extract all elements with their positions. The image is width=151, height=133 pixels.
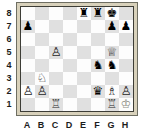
piece-black-pawn: ♟ — [119, 20, 133, 33]
square-a2[interactable]: ♙ — [21, 85, 35, 98]
square-b5[interactable] — [35, 46, 49, 59]
square-g2[interactable]: ♗ — [105, 85, 119, 98]
rank-label: 4 — [2, 59, 16, 72]
file-label: C — [48, 118, 62, 133]
square-g3[interactable] — [105, 72, 119, 85]
piece-white-rook: ♖ — [49, 98, 63, 111]
square-a5[interactable] — [21, 46, 35, 59]
square-a8[interactable] — [21, 7, 35, 20]
square-d2[interactable] — [63, 85, 77, 98]
piece-white-pawn: ♙ — [21, 85, 35, 98]
square-b4[interactable] — [35, 59, 49, 72]
square-c1[interactable]: ♖ — [49, 98, 63, 111]
square-f6[interactable] — [91, 33, 105, 46]
file-label: A — [20, 118, 34, 133]
square-g5[interactable]: ♕ — [105, 46, 119, 59]
square-b6[interactable] — [35, 33, 49, 46]
chess-diagram: 87654321 ♜♜♚♟♟♟♙♕♞♞♘♙♙♛♗♙♖♖♔ ABCDEFGH — [0, 0, 149, 133]
piece-white-pawn: ♙ — [49, 46, 63, 59]
square-c8[interactable] — [49, 7, 63, 20]
square-a1[interactable] — [21, 98, 35, 111]
piece-black-knight: ♞ — [105, 59, 119, 72]
square-c6[interactable] — [49, 33, 63, 46]
rank-label: 3 — [2, 72, 16, 85]
square-e1[interactable] — [77, 98, 91, 111]
square-h5[interactable] — [119, 46, 133, 59]
square-d1[interactable] — [63, 98, 77, 111]
piece-black-rook: ♜ — [77, 7, 91, 20]
piece-black-king: ♚ — [105, 7, 119, 20]
square-f2[interactable]: ♛ — [91, 85, 105, 98]
piece-white-pawn: ♙ — [119, 85, 133, 98]
square-h2[interactable]: ♙ — [119, 85, 133, 98]
square-e8[interactable]: ♜ — [77, 7, 91, 20]
piece-white-queen: ♕ — [105, 46, 119, 59]
square-f1[interactable] — [91, 98, 105, 111]
rank-label: 7 — [2, 20, 16, 33]
square-e2[interactable] — [77, 85, 91, 98]
piece-white-knight: ♘ — [35, 72, 49, 85]
piece-black-pawn: ♟ — [21, 20, 35, 33]
piece-black-rook: ♜ — [91, 7, 105, 20]
square-e3[interactable] — [77, 72, 91, 85]
square-f5[interactable] — [91, 46, 105, 59]
square-d8[interactable] — [63, 7, 77, 20]
piece-white-king: ♔ — [119, 98, 133, 111]
square-c5[interactable]: ♙ — [49, 46, 63, 59]
rank-labels: 87654321 — [2, 2, 16, 116]
square-b7[interactable] — [35, 20, 49, 33]
square-f7[interactable] — [91, 20, 105, 33]
square-a7[interactable]: ♟ — [21, 20, 35, 33]
piece-black-knight: ♞ — [91, 59, 105, 72]
square-h3[interactable] — [119, 72, 133, 85]
square-f4[interactable]: ♞ — [91, 59, 105, 72]
file-label: F — [90, 118, 104, 133]
rank-label: 2 — [2, 85, 16, 98]
file-label: D — [62, 118, 76, 133]
square-h4[interactable] — [119, 59, 133, 72]
piece-white-rook: ♖ — [105, 98, 119, 111]
square-h6[interactable] — [119, 33, 133, 46]
square-b3[interactable]: ♘ — [35, 72, 49, 85]
square-a4[interactable] — [21, 59, 35, 72]
piece-black-queen: ♛ — [91, 85, 105, 98]
piece-white-pawn: ♙ — [35, 85, 49, 98]
square-g8[interactable]: ♚ — [105, 7, 119, 20]
square-h7[interactable]: ♟ — [119, 20, 133, 33]
square-c3[interactable] — [49, 72, 63, 85]
square-e5[interactable] — [77, 46, 91, 59]
square-d6[interactable] — [63, 33, 77, 46]
square-d5[interactable] — [63, 46, 77, 59]
rank-label: 8 — [2, 7, 16, 20]
square-e7[interactable] — [77, 20, 91, 33]
square-e4[interactable] — [77, 59, 91, 72]
file-label: G — [104, 118, 118, 133]
square-b2[interactable]: ♙ — [35, 85, 49, 98]
file-label: H — [118, 118, 132, 133]
square-g7[interactable]: ♟ — [105, 20, 119, 33]
square-h8[interactable] — [119, 7, 133, 20]
piece-black-pawn: ♟ — [105, 20, 119, 33]
square-h1[interactable]: ♔ — [119, 98, 133, 111]
square-f8[interactable]: ♜ — [91, 7, 105, 20]
square-a6[interactable] — [21, 33, 35, 46]
square-b8[interactable] — [35, 7, 49, 20]
piece-white-bishop: ♗ — [105, 85, 119, 98]
square-g4[interactable]: ♞ — [105, 59, 119, 72]
rank-label: 1 — [2, 98, 16, 111]
rank-label: 5 — [2, 46, 16, 59]
square-g6[interactable] — [105, 33, 119, 46]
square-c4[interactable] — [49, 59, 63, 72]
file-label: B — [34, 118, 48, 133]
board-frame: ♜♜♚♟♟♟♙♕♞♞♘♙♙♛♗♙♖♖♔ — [16, 2, 138, 116]
square-a3[interactable] — [21, 72, 35, 85]
square-c7[interactable] — [49, 20, 63, 33]
file-label: E — [76, 118, 90, 133]
square-d3[interactable] — [63, 72, 77, 85]
square-c2[interactable] — [49, 85, 63, 98]
square-b1[interactable] — [35, 98, 49, 111]
file-labels: ABCDEFGH — [16, 116, 149, 133]
square-d4[interactable] — [63, 59, 77, 72]
square-g1[interactable]: ♖ — [105, 98, 119, 111]
chess-board: ♜♜♚♟♟♟♙♕♞♞♘♙♙♛♗♙♖♖♔ — [20, 6, 134, 112]
square-f3[interactable] — [91, 72, 105, 85]
square-e6[interactable] — [77, 33, 91, 46]
square-d7[interactable] — [63, 20, 77, 33]
rank-label: 6 — [2, 33, 16, 46]
